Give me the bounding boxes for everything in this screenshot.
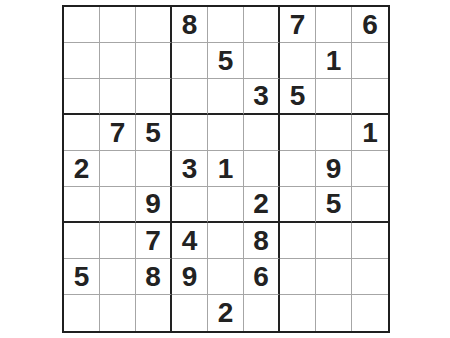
cell-r9c2[interactable] <box>100 295 136 331</box>
cell-r8c6[interactable]: 6 <box>244 259 280 295</box>
cell-r1c7[interactable]: 7 <box>280 7 316 43</box>
cell-r5c5[interactable]: 1 <box>208 151 244 187</box>
cell-r8c1[interactable]: 5 <box>64 259 100 295</box>
cell-r3c8[interactable] <box>316 79 352 115</box>
given-digit: 5 <box>74 263 90 291</box>
cell-r9c5[interactable]: 2 <box>208 295 244 331</box>
cell-r1c8[interactable] <box>316 7 352 43</box>
cell-r4c7[interactable] <box>280 115 316 151</box>
cell-r5c8[interactable]: 9 <box>316 151 352 187</box>
cell-r2c1[interactable] <box>64 43 100 79</box>
cell-r3c9[interactable] <box>352 79 388 115</box>
cell-r3c3[interactable] <box>136 79 172 115</box>
cell-r9c6[interactable] <box>244 295 280 331</box>
cell-r5c6[interactable] <box>244 151 280 187</box>
cell-r2c7[interactable] <box>280 43 316 79</box>
cell-r5c3[interactable] <box>136 151 172 187</box>
given-digit: 7 <box>110 119 126 147</box>
given-digit: 7 <box>145 227 161 255</box>
given-digit: 1 <box>362 119 378 147</box>
cell-r9c7[interactable] <box>280 295 316 331</box>
cell-r2c4[interactable] <box>172 43 208 79</box>
cell-r4c6[interactable] <box>244 115 280 151</box>
cell-r8c8[interactable] <box>316 259 352 295</box>
cell-r9c8[interactable] <box>316 295 352 331</box>
cell-r5c9[interactable] <box>352 151 388 187</box>
cell-r5c7[interactable] <box>280 151 316 187</box>
given-digit: 6 <box>253 263 269 291</box>
cell-r7c1[interactable] <box>64 223 100 259</box>
given-digit: 9 <box>145 190 161 218</box>
cell-r3c2[interactable] <box>100 79 136 115</box>
given-digit: 1 <box>218 155 234 183</box>
cell-r2c2[interactable] <box>100 43 136 79</box>
given-digit: 7 <box>290 11 306 39</box>
cell-r7c9[interactable] <box>352 223 388 259</box>
cell-r3c7[interactable]: 5 <box>280 79 316 115</box>
cell-r8c5[interactable] <box>208 259 244 295</box>
cell-r4c5[interactable] <box>208 115 244 151</box>
given-digit: 1 <box>326 47 342 75</box>
cell-r3c5[interactable] <box>208 79 244 115</box>
given-digit: 8 <box>182 11 198 39</box>
cell-r6c3[interactable]: 9 <box>136 187 172 223</box>
cell-r4c1[interactable] <box>64 115 100 151</box>
given-digit: 6 <box>362 11 378 39</box>
given-digit: 9 <box>326 155 342 183</box>
cell-r1c3[interactable] <box>136 7 172 43</box>
sudoku-board: 8765135751231992574858962 <box>62 5 390 333</box>
cell-r6c8[interactable]: 5 <box>316 187 352 223</box>
cell-r5c2[interactable] <box>100 151 136 187</box>
given-digit: 3 <box>253 82 269 110</box>
cell-r8c4[interactable]: 9 <box>172 259 208 295</box>
given-digit: 5 <box>145 119 161 147</box>
cell-r9c9[interactable] <box>352 295 388 331</box>
given-digit: 2 <box>74 155 90 183</box>
given-digit: 9 <box>182 263 198 291</box>
cell-r7c2[interactable] <box>100 223 136 259</box>
sudoku-page: 8765135751231992574858962 <box>0 0 450 338</box>
cell-r8c2[interactable] <box>100 259 136 295</box>
given-digit: 8 <box>145 263 161 291</box>
cell-r2c9[interactable] <box>352 43 388 79</box>
cell-r8c3[interactable]: 8 <box>136 259 172 295</box>
cell-r9c1[interactable] <box>64 295 100 331</box>
given-digit: 5 <box>218 47 234 75</box>
cell-r2c3[interactable] <box>136 43 172 79</box>
cell-r7c5[interactable] <box>208 223 244 259</box>
cell-r1c6[interactable] <box>244 7 280 43</box>
cell-r4c8[interactable] <box>316 115 352 151</box>
given-digit: 8 <box>253 227 269 255</box>
cell-r3c1[interactable] <box>64 79 100 115</box>
cell-r5c1[interactable]: 2 <box>64 151 100 187</box>
cell-r7c3[interactable]: 7 <box>136 223 172 259</box>
given-digit: 2 <box>253 190 269 218</box>
given-digit: 5 <box>290 82 306 110</box>
given-digit: 2 <box>218 299 234 327</box>
cell-r8c9[interactable] <box>352 259 388 295</box>
cell-r4c3[interactable]: 5 <box>136 115 172 151</box>
cell-r1c1[interactable] <box>64 7 100 43</box>
cell-r4c4[interactable] <box>172 115 208 151</box>
cell-r6c9[interactable] <box>352 187 388 223</box>
cell-r3c4[interactable] <box>172 79 208 115</box>
cell-r7c4[interactable]: 4 <box>172 223 208 259</box>
cell-r1c5[interactable] <box>208 7 244 43</box>
given-digit: 4 <box>182 227 198 255</box>
given-digit: 5 <box>326 190 342 218</box>
cell-r7c6[interactable]: 8 <box>244 223 280 259</box>
cell-r1c2[interactable] <box>100 7 136 43</box>
cell-r2c8[interactable]: 1 <box>316 43 352 79</box>
cell-r9c3[interactable] <box>136 295 172 331</box>
cell-r5c4[interactable]: 3 <box>172 151 208 187</box>
cell-r2c6[interactable] <box>244 43 280 79</box>
cell-r2c5[interactable]: 5 <box>208 43 244 79</box>
cell-r4c9[interactable]: 1 <box>352 115 388 151</box>
cell-r7c7[interactable] <box>280 223 316 259</box>
cell-r6c2[interactable] <box>100 187 136 223</box>
cell-r1c4[interactable]: 8 <box>172 7 208 43</box>
cell-r6c5[interactable] <box>208 187 244 223</box>
cell-r6c6[interactable]: 2 <box>244 187 280 223</box>
cell-r1c9[interactable]: 6 <box>352 7 388 43</box>
cell-r3c6[interactable]: 3 <box>244 79 280 115</box>
cell-r6c1[interactable] <box>64 187 100 223</box>
cell-r8c7[interactable] <box>280 259 316 295</box>
given-digit: 3 <box>182 155 198 183</box>
cell-r4c2[interactable]: 7 <box>100 115 136 151</box>
cell-r9c4[interactable] <box>172 295 208 331</box>
cell-r7c8[interactable] <box>316 223 352 259</box>
cell-r6c7[interactable] <box>280 187 316 223</box>
cell-r6c4[interactable] <box>172 187 208 223</box>
